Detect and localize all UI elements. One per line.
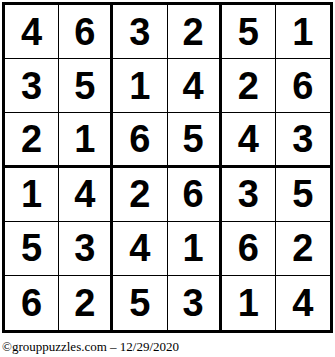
cell-r3c6: 3 [276,113,330,167]
cell-r3c1: 2 [5,113,59,167]
cell-r5c6: 2 [276,222,330,276]
cell-r5c4: 1 [168,222,222,276]
cell-r1c4: 2 [168,5,222,59]
cell-r6c1: 6 [5,276,59,330]
cell-r2c3: 1 [113,59,167,113]
cell-r4c1: 1 [5,168,59,222]
cell-r4c2: 4 [59,168,113,222]
cell-r5c2: 3 [59,222,113,276]
cell-r2c5: 2 [222,59,276,113]
sudoku-board: 463251351426216543142635534162625314 [2,2,333,333]
cell-r4c5: 3 [222,168,276,222]
cell-r5c5: 6 [222,222,276,276]
cell-r2c2: 5 [59,59,113,113]
cell-r3c3: 6 [113,113,167,167]
cell-r3c2: 1 [59,113,113,167]
cell-r4c3: 2 [113,168,167,222]
cell-r2c4: 4 [168,59,222,113]
cell-r4c4: 6 [168,168,222,222]
cell-r3c5: 4 [222,113,276,167]
cell-r1c1: 4 [5,5,59,59]
cell-r5c3: 4 [113,222,167,276]
copyright-line: ©grouppuzzles.com – 12/29/2020 [2,339,179,355]
cell-r2c1: 3 [5,59,59,113]
cell-r1c2: 6 [59,5,113,59]
cell-r2c6: 6 [276,59,330,113]
cell-r6c2: 2 [59,276,113,330]
cell-r3c4: 5 [168,113,222,167]
cell-r5c1: 5 [5,222,59,276]
cell-r1c3: 3 [113,5,167,59]
cell-r6c5: 1 [222,276,276,330]
cell-r6c4: 3 [168,276,222,330]
cell-r4c6: 5 [276,168,330,222]
cell-r1c6: 1 [276,5,330,59]
cell-r1c5: 5 [222,5,276,59]
cell-r6c3: 5 [113,276,167,330]
cell-r6c6: 4 [276,276,330,330]
